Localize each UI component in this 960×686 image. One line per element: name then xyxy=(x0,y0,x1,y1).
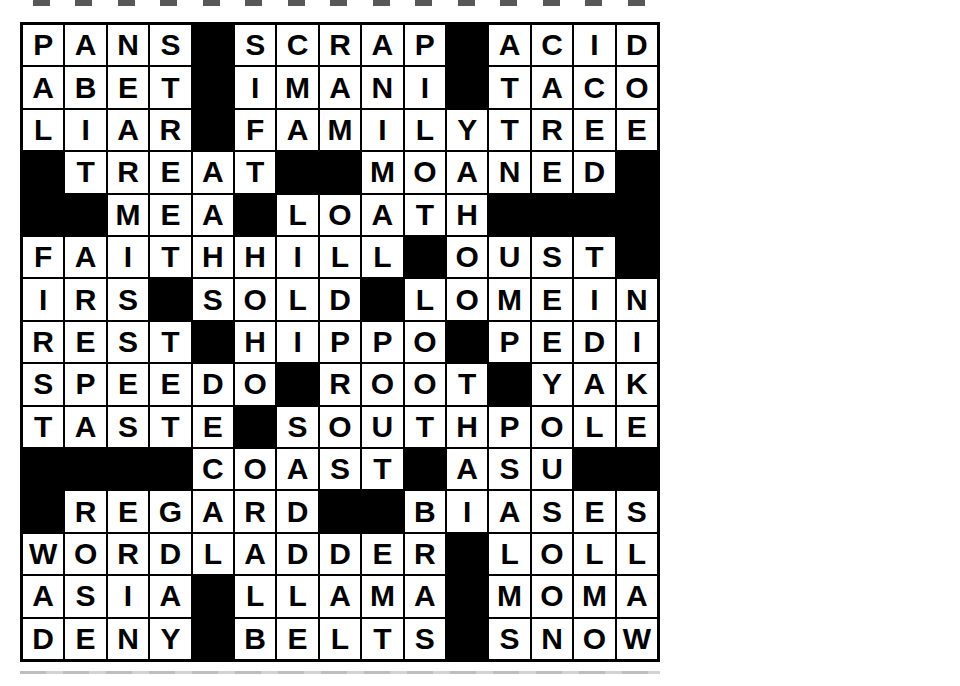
black-square xyxy=(447,534,487,574)
letter-cell[interactable]: N xyxy=(108,25,148,65)
black-square xyxy=(447,67,487,107)
letter-cell[interactable]: L xyxy=(277,576,317,616)
letter-cell[interactable]: S xyxy=(108,322,148,362)
letter-cell[interactable]: T xyxy=(150,237,190,277)
letter-cell[interactable]: M xyxy=(574,576,614,616)
letter-cell[interactable]: N xyxy=(489,152,529,192)
letter-cell[interactable]: S xyxy=(489,449,529,489)
letter-cell[interactable]: T xyxy=(362,619,402,659)
letter-cell[interactable]: D xyxy=(320,534,360,574)
letter-cell[interactable]: E xyxy=(193,407,233,447)
letter-cell[interactable]: S xyxy=(405,619,445,659)
letter-cell[interactable]: M xyxy=(489,279,529,319)
letter-cell[interactable]: M xyxy=(362,576,402,616)
letter-cell[interactable]: P xyxy=(320,322,360,362)
black-square xyxy=(447,322,487,362)
letter-cell[interactable]: A xyxy=(193,491,233,531)
black-square xyxy=(23,152,63,192)
letter-cell[interactable]: E xyxy=(617,407,657,447)
black-square xyxy=(23,195,63,235)
letter-cell[interactable]: M xyxy=(362,152,402,192)
letter-cell[interactable]: S xyxy=(532,237,572,277)
letter-cell[interactable]: S xyxy=(150,25,190,65)
letter-cell[interactable]: H xyxy=(235,322,275,362)
letter-cell[interactable]: A xyxy=(405,576,445,616)
letter-cell[interactable]: A xyxy=(532,67,572,107)
letter-cell[interactable]: U xyxy=(362,407,402,447)
letter-cell[interactable]: H xyxy=(235,237,275,277)
letter-cell[interactable]: T xyxy=(405,407,445,447)
letter-cell[interactable]: I xyxy=(235,67,275,107)
black-square xyxy=(362,491,402,531)
letter-cell[interactable]: A xyxy=(23,67,63,107)
letter-cell[interactable]: O xyxy=(532,576,572,616)
letter-cell[interactable]: E xyxy=(150,152,190,192)
letter-cell[interactable]: I xyxy=(23,279,63,319)
black-square xyxy=(193,576,233,616)
black-square xyxy=(617,195,657,235)
letter-cell[interactable]: L xyxy=(193,534,233,574)
letter-cell[interactable]: Y xyxy=(447,110,487,150)
black-square xyxy=(193,619,233,659)
letter-cell[interactable]: A xyxy=(447,449,487,489)
letter-cell[interactable]: R xyxy=(320,364,360,404)
letter-cell[interactable]: B xyxy=(65,67,105,107)
letter-cell[interactable]: L xyxy=(574,534,614,574)
letter-cell[interactable]: A xyxy=(447,152,487,192)
letter-cell[interactable]: E xyxy=(150,195,190,235)
letter-cell[interactable]: O xyxy=(405,322,445,362)
letter-cell[interactable]: S xyxy=(23,364,63,404)
letter-cell[interactable]: A xyxy=(235,534,275,574)
letter-cell[interactable]: D xyxy=(277,491,317,531)
black-square xyxy=(108,449,148,489)
letter-cell[interactable]: L xyxy=(277,195,317,235)
black-square xyxy=(574,195,614,235)
black-square xyxy=(405,449,445,489)
black-square xyxy=(23,449,63,489)
letter-cell[interactable]: O xyxy=(532,407,572,447)
letter-cell[interactable]: A xyxy=(150,576,190,616)
letter-cell[interactable]: A xyxy=(617,576,657,616)
letter-cell[interactable]: W xyxy=(617,619,657,659)
letter-cell[interactable]: D xyxy=(23,619,63,659)
letter-cell[interactable]: S xyxy=(617,491,657,531)
letter-cell[interactable]: L xyxy=(320,237,360,277)
black-square xyxy=(235,195,275,235)
letter-cell[interactable]: R xyxy=(23,322,63,362)
letter-cell[interactable]: T xyxy=(150,322,190,362)
letter-cell[interactable]: I xyxy=(65,110,105,150)
letter-cell[interactable]: R xyxy=(108,152,148,192)
letter-cell[interactable]: E xyxy=(532,279,572,319)
letter-cell[interactable]: E xyxy=(65,322,105,362)
letter-cell[interactable]: S xyxy=(489,619,529,659)
letter-cell[interactable]: A xyxy=(320,576,360,616)
letter-cell[interactable]: O xyxy=(235,449,275,489)
cropped-bottom-artifact xyxy=(20,671,660,674)
letter-cell[interactable]: O xyxy=(362,364,402,404)
letter-cell[interactable]: P xyxy=(23,25,63,65)
letter-cell[interactable]: S xyxy=(235,25,275,65)
letter-cell[interactable]: I xyxy=(405,67,445,107)
black-square xyxy=(235,407,275,447)
letter-cell[interactable]: C xyxy=(574,67,614,107)
letter-cell[interactable]: A xyxy=(489,491,529,531)
black-square xyxy=(447,619,487,659)
letter-cell[interactable]: A xyxy=(277,110,317,150)
letter-cell[interactable]: D xyxy=(277,534,317,574)
letter-cell[interactable]: E xyxy=(150,364,190,404)
letter-cell[interactable]: P xyxy=(65,364,105,404)
black-square xyxy=(277,152,317,192)
letter-cell[interactable]: T xyxy=(235,152,275,192)
letter-cell[interactable]: O xyxy=(235,279,275,319)
letter-cell[interactable]: B xyxy=(235,619,275,659)
black-square xyxy=(65,449,105,489)
letter-cell[interactable]: O xyxy=(447,237,487,277)
letter-cell[interactable]: A xyxy=(108,110,148,150)
black-square xyxy=(617,237,657,277)
black-square xyxy=(362,279,402,319)
cropped-row-artifact xyxy=(21,0,659,6)
letter-cell[interactable]: I xyxy=(574,279,614,319)
letter-cell[interactable]: T xyxy=(362,449,402,489)
letter-cell[interactable]: D xyxy=(574,322,614,362)
letter-cell[interactable]: H xyxy=(193,237,233,277)
letter-cell[interactable]: L xyxy=(489,534,529,574)
black-square xyxy=(405,237,445,277)
letter-cell[interactable]: E xyxy=(574,491,614,531)
letter-cell[interactable]: N xyxy=(108,619,148,659)
letter-cell[interactable]: E xyxy=(362,534,402,574)
letter-cell[interactable]: I xyxy=(108,237,148,277)
letter-cell[interactable]: Y xyxy=(150,619,190,659)
letter-cell[interactable]: U xyxy=(489,237,529,277)
letter-cell[interactable]: S xyxy=(108,279,148,319)
letter-cell[interactable]: R xyxy=(65,279,105,319)
letter-cell[interactable]: M xyxy=(277,67,317,107)
letter-cell[interactable]: E xyxy=(617,110,657,150)
letter-cell[interactable]: L xyxy=(235,576,275,616)
black-square xyxy=(277,364,317,404)
black-square xyxy=(489,195,529,235)
letter-cell[interactable]: E xyxy=(65,619,105,659)
letter-cell[interactable]: L xyxy=(617,534,657,574)
letter-cell[interactable]: S xyxy=(532,491,572,531)
letter-cell[interactable]: N xyxy=(617,279,657,319)
letter-cell[interactable]: S xyxy=(277,407,317,447)
letter-cell[interactable]: O xyxy=(574,619,614,659)
letter-cell[interactable]: T xyxy=(150,67,190,107)
letter-cell[interactable]: T xyxy=(405,195,445,235)
black-square xyxy=(489,364,529,404)
letter-cell[interactable]: S xyxy=(320,449,360,489)
letter-cell[interactable]: D xyxy=(574,152,614,192)
letter-cell[interactable]: E xyxy=(574,110,614,150)
black-square xyxy=(320,152,360,192)
black-square xyxy=(65,195,105,235)
letter-cell[interactable]: U xyxy=(532,449,572,489)
letter-cell[interactable]: A xyxy=(362,195,402,235)
letter-cell[interactable]: G xyxy=(150,491,190,531)
letter-cell[interactable]: I xyxy=(574,25,614,65)
letter-cell[interactable]: N xyxy=(532,619,572,659)
letter-cell[interactable]: S xyxy=(108,407,148,447)
letter-cell[interactable]: A xyxy=(65,237,105,277)
black-square xyxy=(150,279,190,319)
letter-cell[interactable]: E xyxy=(108,364,148,404)
letter-cell[interactable]: T xyxy=(447,364,487,404)
letter-cell[interactable]: L xyxy=(574,407,614,447)
black-square xyxy=(617,449,657,489)
letter-cell[interactable]: M xyxy=(108,195,148,235)
letter-cell[interactable]: R xyxy=(320,25,360,65)
letter-cell[interactable]: O xyxy=(405,152,445,192)
letter-cell[interactable]: R xyxy=(532,110,572,150)
letter-cell[interactable]: F xyxy=(23,237,63,277)
letter-cell[interactable]: R xyxy=(235,491,275,531)
letter-cell[interactable]: L xyxy=(277,279,317,319)
letter-cell[interactable]: L xyxy=(405,279,445,319)
letter-cell[interactable]: L xyxy=(405,110,445,150)
letter-cell[interactable]: O xyxy=(405,364,445,404)
letter-cell[interactable]: P xyxy=(362,322,402,362)
letter-cell[interactable]: R xyxy=(65,491,105,531)
letter-cell[interactable]: A xyxy=(23,576,63,616)
letter-cell[interactable]: L xyxy=(23,110,63,150)
letter-cell[interactable]: O xyxy=(532,534,572,574)
letter-cell[interactable]: M xyxy=(320,110,360,150)
letter-cell[interactable]: E xyxy=(108,491,148,531)
letter-cell[interactable]: F xyxy=(235,110,275,150)
letter-cell[interactable]: I xyxy=(447,491,487,531)
letter-cell[interactable]: E xyxy=(532,322,572,362)
letter-cell[interactable]: C xyxy=(532,25,572,65)
letter-cell[interactable]: A xyxy=(65,25,105,65)
letter-cell[interactable]: S xyxy=(65,576,105,616)
letter-cell[interactable]: C xyxy=(193,449,233,489)
black-square xyxy=(193,67,233,107)
letter-cell[interactable]: E xyxy=(277,619,317,659)
letter-cell[interactable]: S xyxy=(193,279,233,319)
letter-cell[interactable]: I xyxy=(277,322,317,362)
letter-cell[interactable]: P xyxy=(489,322,529,362)
letter-cell[interactable]: H xyxy=(447,195,487,235)
letter-cell[interactable]: T xyxy=(489,67,529,107)
letter-cell[interactable]: T xyxy=(23,407,63,447)
letter-cell[interactable]: O xyxy=(235,364,275,404)
letter-cell[interactable]: A xyxy=(362,25,402,65)
black-square xyxy=(193,322,233,362)
letter-cell[interactable]: A xyxy=(193,195,233,235)
letter-cell[interactable]: W xyxy=(23,534,63,574)
letter-cell[interactable]: A xyxy=(277,449,317,489)
letter-cell[interactable]: C xyxy=(277,25,317,65)
letter-cell[interactable]: L xyxy=(320,619,360,659)
page: PANSSCRAPACIDABETIMANITACOLIARFAMILYTREE… xyxy=(0,0,960,686)
letter-cell[interactable]: Y xyxy=(532,364,572,404)
black-square xyxy=(193,25,233,65)
letter-cell[interactable]: L xyxy=(362,237,402,277)
letter-cell[interactable]: I xyxy=(617,322,657,362)
letter-cell[interactable]: I xyxy=(277,237,317,277)
letter-cell[interactable]: A xyxy=(574,364,614,404)
letter-cell[interactable]: E xyxy=(532,152,572,192)
letter-cell[interactable]: O xyxy=(617,67,657,107)
letter-cell[interactable]: A xyxy=(320,67,360,107)
letter-cell[interactable]: O xyxy=(447,279,487,319)
letter-cell[interactable]: O xyxy=(320,195,360,235)
letter-cell[interactable]: R xyxy=(405,534,445,574)
letter-cell[interactable]: T xyxy=(150,407,190,447)
letter-cell[interactable]: R xyxy=(108,534,148,574)
letter-cell[interactable]: D xyxy=(320,279,360,319)
letter-cell[interactable]: P xyxy=(405,25,445,65)
letter-cell[interactable]: A xyxy=(65,407,105,447)
black-square xyxy=(23,491,63,531)
letter-cell[interactable]: D xyxy=(617,25,657,65)
letter-cell[interactable]: A xyxy=(489,25,529,65)
letter-cell[interactable]: R xyxy=(150,110,190,150)
letter-cell[interactable]: A xyxy=(193,152,233,192)
letter-cell[interactable]: P xyxy=(489,407,529,447)
black-square xyxy=(574,449,614,489)
letter-cell[interactable]: O xyxy=(320,407,360,447)
letter-cell[interactable]: H xyxy=(447,407,487,447)
black-square xyxy=(447,25,487,65)
letter-cell[interactable]: T xyxy=(65,152,105,192)
letter-cell[interactable]: M xyxy=(489,576,529,616)
letter-cell[interactable]: E xyxy=(108,67,148,107)
letter-cell[interactable]: T xyxy=(574,237,614,277)
letter-cell[interactable]: O xyxy=(65,534,105,574)
letter-cell[interactable]: D xyxy=(150,534,190,574)
letter-cell[interactable]: D xyxy=(193,364,233,404)
crossword-board: PANSSCRAPACIDABETIMANITACOLIARFAMILYTREE… xyxy=(20,22,660,662)
letter-cell[interactable]: B xyxy=(405,491,445,531)
letter-cell[interactable]: N xyxy=(362,67,402,107)
black-square xyxy=(193,110,233,150)
letter-cell[interactable]: K xyxy=(617,364,657,404)
black-square xyxy=(617,152,657,192)
letter-cell[interactable]: T xyxy=(489,110,529,150)
black-square xyxy=(320,491,360,531)
letter-cell[interactable]: I xyxy=(108,576,148,616)
letter-cell[interactable]: I xyxy=(362,110,402,150)
black-square xyxy=(532,195,572,235)
black-square xyxy=(150,449,190,489)
black-square xyxy=(447,576,487,616)
